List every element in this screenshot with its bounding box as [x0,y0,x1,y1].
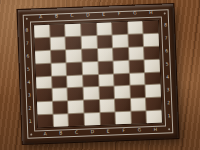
square-b8[interactable] [50,24,65,36]
square-d2[interactable] [84,100,99,112]
square-f6[interactable] [113,48,128,60]
square-b5[interactable] [51,63,66,75]
square-c7[interactable] [66,37,81,49]
square-f7[interactable] [113,35,128,47]
square-h6[interactable] [144,46,159,58]
square-g7[interactable] [128,34,143,46]
square-e6[interactable] [98,48,113,60]
square-a1[interactable] [38,115,53,127]
square-b3[interactable] [52,89,67,101]
square-b2[interactable] [53,101,68,113]
corner-inlay-dot [164,12,166,14]
square-d3[interactable] [83,87,98,99]
square-g8[interactable] [128,21,143,33]
square-d5[interactable] [82,62,97,74]
square-a8[interactable] [34,25,49,37]
square-d8[interactable] [81,23,96,35]
square-g2[interactable] [131,98,146,110]
square-c4[interactable] [67,75,82,87]
square-c2[interactable] [68,101,83,113]
square-d6[interactable] [82,49,97,61]
square-g3[interactable] [130,86,145,98]
corner-inlay-dot [168,128,170,130]
square-e3[interactable] [99,87,114,99]
square-h1[interactable] [147,111,162,123]
square-b4[interactable] [52,76,67,88]
square-f3[interactable] [115,86,130,98]
square-g4[interactable] [130,73,145,85]
square-e7[interactable] [97,35,112,47]
square-f2[interactable] [115,99,130,111]
square-h7[interactable] [144,34,159,46]
square-h3[interactable] [146,85,161,97]
square-h8[interactable] [143,21,158,33]
square-c8[interactable] [65,24,80,36]
square-c5[interactable] [67,62,82,74]
square-f5[interactable] [114,60,129,72]
square-a7[interactable] [35,38,50,50]
corner-inlay-dot [26,18,28,20]
square-e8[interactable] [97,22,112,34]
square-b6[interactable] [51,50,66,62]
square-e1[interactable] [100,113,115,125]
square-d4[interactable] [83,75,98,87]
square-a2[interactable] [37,102,52,114]
square-a6[interactable] [35,51,50,63]
square-a3[interactable] [37,89,52,101]
square-e5[interactable] [98,61,113,73]
room-floor: ABCDEFGH ABCDEFGH 87654321 87654321 [0,0,200,150]
square-a4[interactable] [36,76,51,88]
square-c3[interactable] [68,88,83,100]
square-g6[interactable] [129,47,144,59]
chess-board: ABCDEFGH ABCDEFGH 87654321 87654321 [17,4,178,144]
square-g1[interactable] [131,111,146,123]
square-b1[interactable] [53,114,68,126]
square-h2[interactable] [146,98,161,110]
square-f8[interactable] [112,22,127,34]
square-g5[interactable] [129,60,144,72]
square-e2[interactable] [100,100,115,112]
square-f1[interactable] [116,112,131,124]
corner-inlay-dot [30,134,32,136]
square-c1[interactable] [69,114,84,126]
square-b7[interactable] [50,37,65,49]
square-h4[interactable] [145,72,160,84]
square-c6[interactable] [66,49,81,61]
square-a5[interactable] [36,63,51,75]
square-f4[interactable] [114,73,129,85]
board-grid [33,20,163,129]
square-h5[interactable] [145,59,160,71]
square-d1[interactable] [84,113,99,125]
square-d7[interactable] [81,36,96,48]
square-e4[interactable] [99,74,114,86]
